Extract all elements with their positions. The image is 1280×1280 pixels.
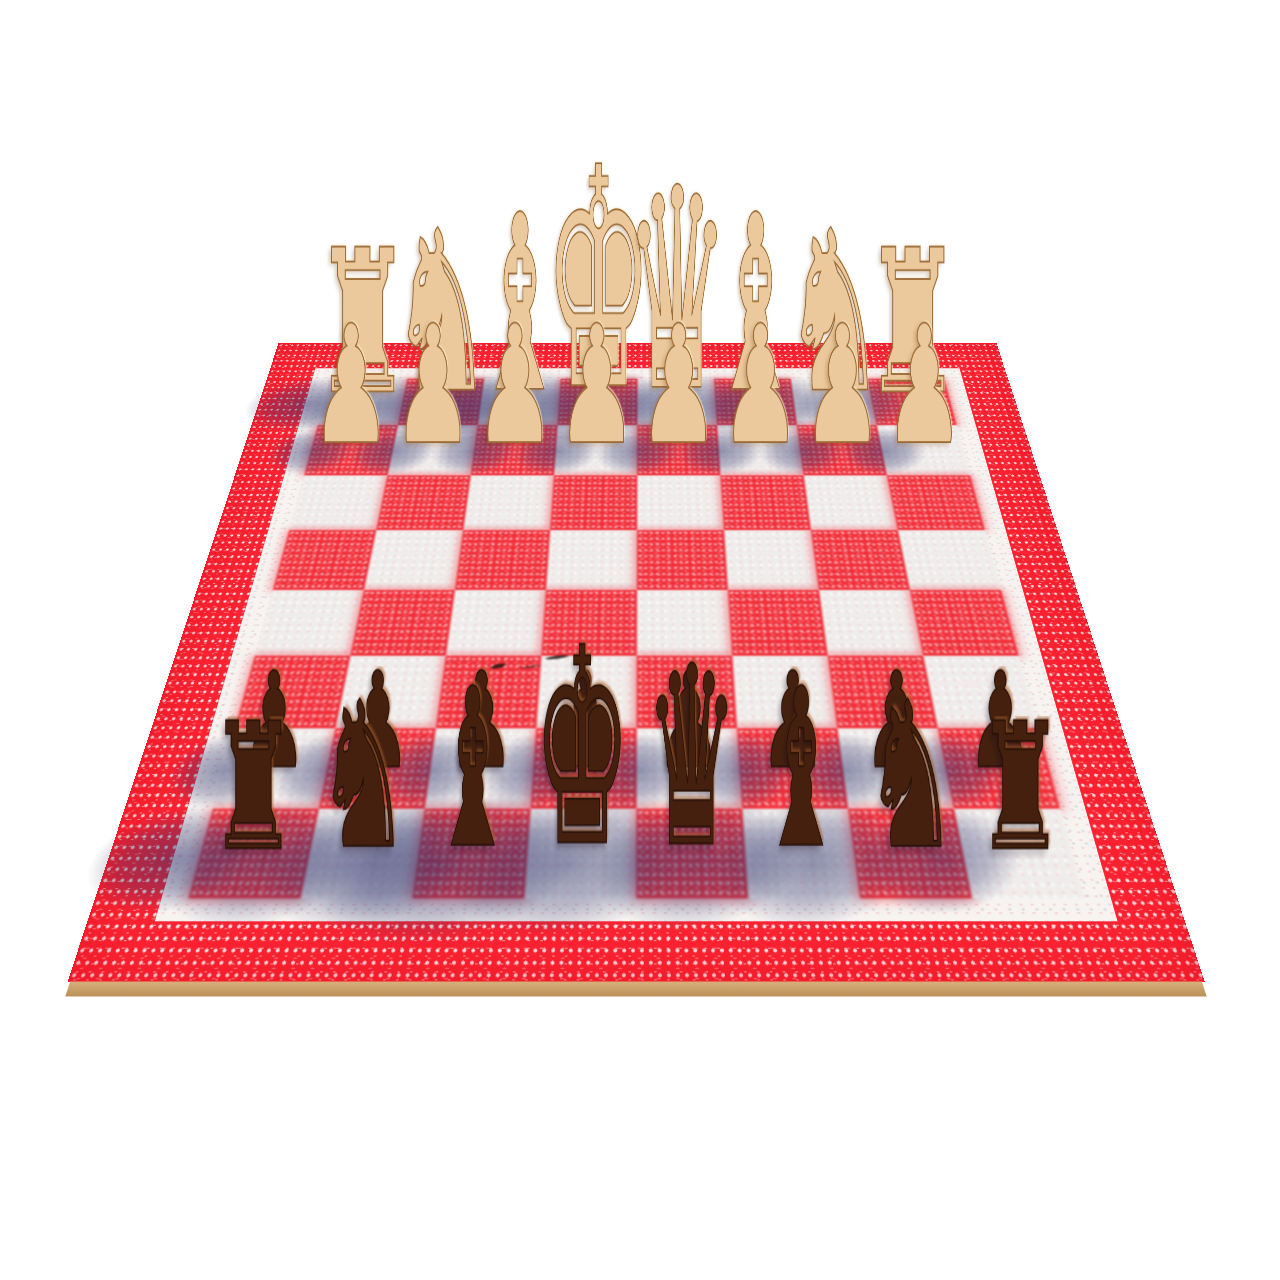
black-knight: ♞ (315, 694, 409, 860)
square-d4 (637, 530, 728, 590)
square-h1 (318, 379, 407, 425)
square-b4 (811, 530, 910, 590)
square-c3 (720, 475, 811, 530)
square-c2 (717, 425, 804, 475)
square-e3 (550, 475, 637, 530)
square-f4 (455, 530, 550, 590)
square-g3 (376, 475, 470, 530)
black-knight: ♞ (863, 694, 957, 860)
square-b2 (797, 425, 887, 475)
square-d1 (637, 379, 717, 425)
square-a4 (898, 530, 1001, 590)
black-bishop: ♝ (431, 680, 514, 860)
cell-b8: ♞ (848, 807, 972, 897)
square-g1 (398, 379, 484, 425)
cell-d8: ♛ (636, 807, 748, 897)
square-g4 (364, 530, 463, 590)
square-b1 (791, 379, 877, 425)
square-d3 (637, 475, 724, 530)
square-e2 (554, 425, 637, 475)
square-c4 (724, 530, 819, 590)
square-c1 (714, 379, 797, 425)
square-e4 (546, 530, 637, 590)
square-d2 (637, 425, 720, 475)
black-rook: ♜ (976, 716, 1064, 860)
black-rook: ♜ (209, 716, 297, 860)
square-a1 (867, 379, 956, 425)
square-a3 (887, 475, 985, 530)
square-g2 (388, 425, 478, 475)
cell-g8: ♞ (300, 807, 424, 897)
square-e1 (558, 379, 638, 425)
black-queen: ♛ (644, 657, 737, 860)
square-h2 (304, 425, 398, 475)
square-h4 (273, 530, 376, 590)
black-bishop: ♝ (759, 680, 842, 860)
black-king: ♚ (533, 637, 631, 860)
square-f3 (463, 475, 554, 530)
square-f1 (478, 379, 561, 425)
square-f2 (471, 425, 558, 475)
square-b3 (804, 475, 898, 530)
square-h3 (289, 475, 387, 530)
photo-scene: ♜♞♝♚♛♝♞♜♟♟♟♟♟♟♟♟♟♟♟♟♟♟♟♟♜♞♝♚♛♝♞♜ (0, 0, 1280, 1280)
chess-board: ♜♞♝♚♛♝♞♜♟♟♟♟♟♟♟♟♟♟♟♟♟♟♟♟♜♞♝♚♛♝♞♜ (68, 343, 1205, 982)
cell-e8: ♚ (524, 807, 636, 897)
square-a2 (877, 425, 970, 475)
